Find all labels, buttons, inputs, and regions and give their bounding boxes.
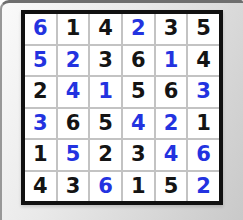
grid-cell-r5c6[interactable]: 6 bbox=[188, 140, 219, 170]
cell-digit: 4 bbox=[131, 113, 146, 134]
cell-digit: 4 bbox=[66, 81, 81, 102]
cell-digit: 6 bbox=[196, 144, 211, 165]
cell-digit: 2 bbox=[98, 144, 113, 165]
cell-digit: 2 bbox=[33, 81, 48, 102]
grid-cell-r6c5[interactable]: 5 bbox=[156, 172, 187, 202]
grid-cell-r1c5[interactable]: 3 bbox=[156, 14, 187, 44]
cell-digit: 6 bbox=[98, 176, 113, 197]
puzzle-panel: 614235523614241563365421152346436152 bbox=[0, 0, 243, 220]
cell-digit: 1 bbox=[164, 50, 179, 71]
sudoku-board: 614235523614241563365421152346436152 bbox=[21, 10, 223, 205]
grid-cell-r3c4[interactable]: 5 bbox=[123, 77, 154, 107]
cell-digit: 3 bbox=[131, 144, 146, 165]
cell-digit: 6 bbox=[66, 113, 81, 134]
grid-cell-r5c1[interactable]: 1 bbox=[25, 140, 56, 170]
grid-cell-r1c3[interactable]: 4 bbox=[90, 14, 121, 44]
grid-cell-r3c3[interactable]: 1 bbox=[90, 77, 121, 107]
cell-digit: 4 bbox=[33, 176, 48, 197]
cell-digit: 2 bbox=[66, 50, 81, 71]
grid-cell-r5c4[interactable]: 3 bbox=[123, 140, 154, 170]
grid-cell-r4c6[interactable]: 1 bbox=[188, 109, 219, 139]
grid-cell-r1c6[interactable]: 5 bbox=[188, 14, 219, 44]
grid-cell-r6c2[interactable]: 3 bbox=[58, 172, 89, 202]
cell-digit: 6 bbox=[33, 18, 48, 39]
cell-digit: 1 bbox=[131, 176, 146, 197]
grid-cell-r4c2[interactable]: 6 bbox=[58, 109, 89, 139]
cell-digit: 6 bbox=[131, 50, 146, 71]
grid-cell-r2c3[interactable]: 3 bbox=[90, 46, 121, 76]
cell-digit: 1 bbox=[33, 144, 48, 165]
grid-cell-r3c2[interactable]: 4 bbox=[58, 77, 89, 107]
cell-digit: 3 bbox=[66, 176, 81, 197]
cell-digit: 3 bbox=[98, 50, 113, 71]
grid-cell-r6c6[interactable]: 2 bbox=[188, 172, 219, 202]
cell-digit: 1 bbox=[98, 81, 113, 102]
grid-cell-r2c4[interactable]: 6 bbox=[123, 46, 154, 76]
grid-cell-r2c1[interactable]: 5 bbox=[25, 46, 56, 76]
grid-cell-r2c6[interactable]: 4 bbox=[188, 46, 219, 76]
grid-cell-r4c5[interactable]: 2 bbox=[156, 109, 187, 139]
cell-digit: 3 bbox=[164, 18, 179, 39]
cell-digit: 4 bbox=[164, 144, 179, 165]
cell-digit: 5 bbox=[164, 176, 179, 197]
grid-cell-r2c5[interactable]: 1 bbox=[156, 46, 187, 76]
grid-cell-r1c2[interactable]: 1 bbox=[58, 14, 89, 44]
grid-cell-r5c3[interactable]: 2 bbox=[90, 140, 121, 170]
grid-cell-r1c1[interactable]: 6 bbox=[25, 14, 56, 44]
cell-digit: 3 bbox=[33, 113, 48, 134]
grid-cell-r6c4[interactable]: 1 bbox=[123, 172, 154, 202]
cell-digit: 5 bbox=[98, 113, 113, 134]
cell-digit: 6 bbox=[164, 81, 179, 102]
cell-digit: 5 bbox=[131, 81, 146, 102]
grid-cell-r3c5[interactable]: 6 bbox=[156, 77, 187, 107]
cell-digit: 4 bbox=[196, 50, 211, 71]
cell-digit: 2 bbox=[196, 176, 211, 197]
grid-cell-r2c2[interactable]: 2 bbox=[58, 46, 89, 76]
grid-cell-r3c6[interactable]: 3 bbox=[188, 77, 219, 107]
grid-cell-r4c4[interactable]: 4 bbox=[123, 109, 154, 139]
cell-digit: 4 bbox=[98, 18, 113, 39]
grid-cell-r6c1[interactable]: 4 bbox=[25, 172, 56, 202]
grid-cell-r5c2[interactable]: 5 bbox=[58, 140, 89, 170]
grid-cell-r4c1[interactable]: 3 bbox=[25, 109, 56, 139]
cell-digit: 3 bbox=[196, 81, 211, 102]
grid-cell-r6c3[interactable]: 6 bbox=[90, 172, 121, 202]
cell-digit: 1 bbox=[196, 113, 211, 134]
cell-digit: 1 bbox=[66, 18, 81, 39]
cell-digit: 2 bbox=[164, 113, 179, 134]
cell-digit: 2 bbox=[131, 18, 146, 39]
grid-cell-r5c5[interactable]: 4 bbox=[156, 140, 187, 170]
cell-digit: 5 bbox=[66, 144, 81, 165]
cell-digit: 5 bbox=[33, 50, 48, 71]
grid-cell-r1c4[interactable]: 2 bbox=[123, 14, 154, 44]
grid-cell-r3c1[interactable]: 2 bbox=[25, 77, 56, 107]
grid-cell-r4c3[interactable]: 5 bbox=[90, 109, 121, 139]
cell-digit: 5 bbox=[196, 18, 211, 39]
